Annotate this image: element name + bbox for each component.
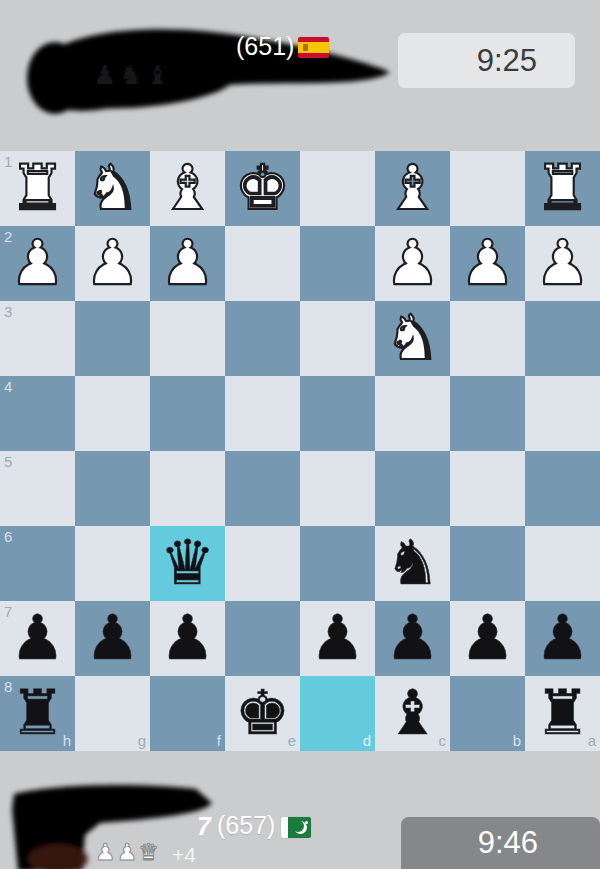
black-pawn[interactable]: ♟ (375, 601, 450, 676)
square-g8[interactable]: g (75, 676, 150, 751)
black-knight[interactable]: ♞ (375, 526, 450, 601)
square-h1[interactable]: 1♜ (0, 151, 75, 226)
square-c5[interactable] (375, 451, 450, 526)
square-e1[interactable]: ♚ (225, 151, 300, 226)
square-f5[interactable] (150, 451, 225, 526)
square-c1[interactable]: ♝ (375, 151, 450, 226)
white-bishop[interactable]: ♝ (150, 151, 225, 226)
square-f3[interactable] (150, 301, 225, 376)
square-e8[interactable]: e♚ (225, 676, 300, 751)
white-rook[interactable]: ♜ (0, 151, 75, 226)
square-h8[interactable]: 8h♜ (0, 676, 75, 751)
square-d2[interactable] (300, 226, 375, 301)
white-pawn[interactable]: ♟ (525, 226, 600, 301)
redacted-username-scribble (10, 8, 402, 126)
white-pawn[interactable]: ♟ (375, 226, 450, 301)
square-b5[interactable] (450, 451, 525, 526)
square-f4[interactable] (150, 376, 225, 451)
file-label-g: g (138, 732, 146, 749)
material-advantage-badge: +4 (172, 843, 196, 867)
square-e5[interactable] (225, 451, 300, 526)
pakistan-flag-icon (281, 817, 311, 838)
rank-label-5: 5 (4, 453, 12, 470)
opponent-captured-pieces: ♟♞♝ (93, 60, 172, 90)
white-pawn[interactable]: ♟ (450, 226, 525, 301)
square-e7[interactable] (225, 601, 300, 676)
captured-pawn-icon: ♟ (93, 60, 119, 90)
square-b7[interactable]: ♟ (450, 601, 525, 676)
square-b3[interactable] (450, 301, 525, 376)
square-h7[interactable]: 7♟ (0, 601, 75, 676)
square-c3[interactable]: ♞ (375, 301, 450, 376)
black-pawn[interactable]: ♟ (300, 601, 375, 676)
black-king[interactable]: ♚ (225, 676, 300, 751)
square-a5[interactable] (525, 451, 600, 526)
square-h6[interactable]: 6 (0, 526, 75, 601)
square-f6[interactable]: ♛ (150, 526, 225, 601)
square-g7[interactable]: ♟ (75, 601, 150, 676)
square-f2[interactable]: ♟ (150, 226, 225, 301)
square-b6[interactable] (450, 526, 525, 601)
square-b8[interactable]: b (450, 676, 525, 751)
black-pawn[interactable]: ♟ (450, 601, 525, 676)
square-g2[interactable]: ♟ (75, 226, 150, 301)
square-b1[interactable] (450, 151, 525, 226)
captured-pawn-icon: ♟ (117, 839, 139, 865)
black-pawn[interactable]: ♟ (525, 601, 600, 676)
square-e2[interactable] (225, 226, 300, 301)
black-rook[interactable]: ♜ (525, 676, 600, 751)
white-pawn[interactable]: ♟ (75, 226, 150, 301)
square-a6[interactable] (525, 526, 600, 601)
black-pawn[interactable]: ♟ (75, 601, 150, 676)
file-label-d: d (363, 732, 371, 749)
square-a3[interactable] (525, 301, 600, 376)
square-f8[interactable]: f (150, 676, 225, 751)
opponent-rating: (651) (236, 34, 294, 59)
square-e6[interactable] (225, 526, 300, 601)
square-g5[interactable] (75, 451, 150, 526)
square-h4[interactable]: 4 (0, 376, 75, 451)
square-c6[interactable]: ♞ (375, 526, 450, 601)
player-player-bar: 7 (657) ♟♟♛ +4 9:46 (0, 751, 600, 869)
file-label-b: b (513, 732, 521, 749)
square-b2[interactable]: ♟ (450, 226, 525, 301)
white-knight[interactable]: ♞ (375, 301, 450, 376)
white-rook[interactable]: ♜ (525, 151, 600, 226)
square-g1[interactable]: ♞ (75, 151, 150, 226)
square-d5[interactable] (300, 451, 375, 526)
square-e4[interactable] (225, 376, 300, 451)
rank-label-4: 4 (4, 378, 12, 395)
spain-flag-icon (298, 37, 329, 58)
captured-pawn-icon: ♟ (95, 839, 117, 865)
square-d3[interactable] (300, 301, 375, 376)
square-a1[interactable]: ♜ (525, 151, 600, 226)
square-g3[interactable] (75, 301, 150, 376)
rank-label-6: 6 (4, 528, 12, 545)
square-a7[interactable]: ♟ (525, 601, 600, 676)
black-queen[interactable]: ♛ (150, 526, 225, 601)
square-f1[interactable]: ♝ (150, 151, 225, 226)
black-pawn[interactable]: ♟ (150, 601, 225, 676)
captured-knight-icon: ♞ (119, 60, 145, 90)
captured-queen-icon: ♛ (138, 839, 160, 865)
square-f7[interactable]: ♟ (150, 601, 225, 676)
square-c2[interactable]: ♟ (375, 226, 450, 301)
captured-bishop-icon: ♝ (146, 60, 172, 90)
black-rook[interactable]: ♜ (0, 676, 75, 751)
square-e3[interactable] (225, 301, 300, 376)
player-rating: (657) (217, 813, 275, 838)
square-a4[interactable] (525, 376, 600, 451)
chess-board[interactable]: 1♜♞♝♚♝♜2♟♟♟♟♟♟3♞456♛♞7♟♟♟♟♟♟♟8h♜gfe♚dc♝b… (0, 151, 600, 751)
square-b4[interactable] (450, 376, 525, 451)
square-a2[interactable]: ♟ (525, 226, 600, 301)
white-knight[interactable]: ♞ (75, 151, 150, 226)
player-name-visible-char: 7 (197, 812, 211, 841)
player-captured-pieces: ♟♟♛ (95, 839, 160, 865)
square-c7[interactable]: ♟ (375, 601, 450, 676)
square-d7[interactable]: ♟ (300, 601, 375, 676)
black-bishop[interactable]: ♝ (375, 676, 450, 751)
white-pawn[interactable]: ♟ (150, 226, 225, 301)
square-h2[interactable]: 2♟ (0, 226, 75, 301)
square-d1[interactable] (300, 151, 375, 226)
black-pawn[interactable]: ♟ (0, 601, 75, 676)
opponent-clock: 9:25 (398, 33, 575, 88)
square-d4[interactable] (300, 376, 375, 451)
chess-app-screen: (651) ♟♞♝ 9:25 1♜♞♝♚♝♜2♟♟♟♟♟♟3♞456♛♞7♟♟♟… (0, 0, 600, 869)
square-c4[interactable] (375, 376, 450, 451)
white-pawn[interactable]: ♟ (0, 226, 75, 301)
square-d8[interactable]: d (300, 676, 375, 751)
square-h5[interactable]: 5 (0, 451, 75, 526)
rank-label-3: 3 (4, 303, 12, 320)
player-clock: 9:46 (401, 817, 600, 869)
file-label-f: f (217, 732, 221, 749)
white-king[interactable]: ♚ (225, 151, 300, 226)
square-c8[interactable]: c♝ (375, 676, 450, 751)
opponent-player-bar: (651) ♟♞♝ 9:25 (0, 0, 600, 151)
square-g6[interactable] (75, 526, 150, 601)
square-d6[interactable] (300, 526, 375, 601)
square-g4[interactable] (75, 376, 150, 451)
square-h3[interactable]: 3 (0, 301, 75, 376)
white-bishop[interactable]: ♝ (375, 151, 450, 226)
square-a8[interactable]: a♜ (525, 676, 600, 751)
